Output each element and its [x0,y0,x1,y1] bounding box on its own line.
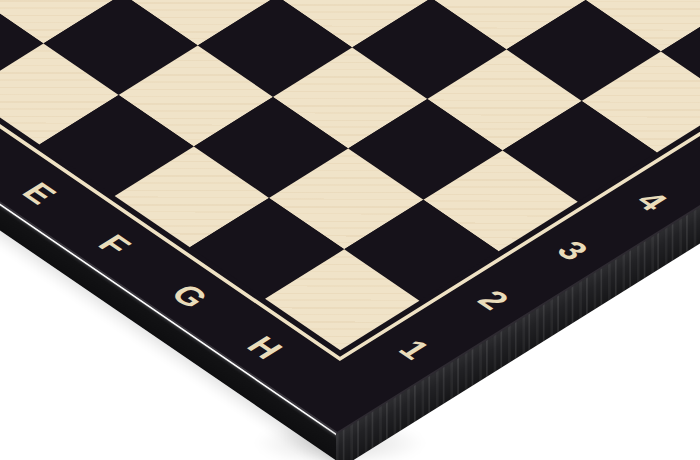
chessboard: EFGH4321 [0,0,700,434]
chessboard-photo: EFGH4321 [0,0,700,460]
